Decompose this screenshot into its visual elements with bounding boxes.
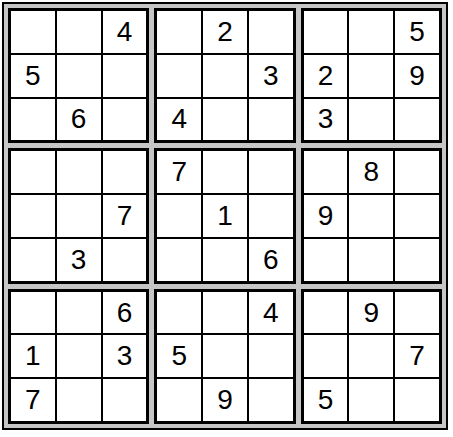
cell-r9c7[interactable]: 5 (304, 379, 348, 421)
box-r3c1: 6137 (8, 289, 149, 424)
cell-r6c9[interactable] (395, 239, 439, 281)
cell-r9c5[interactable]: 9 (203, 379, 247, 421)
cell-r1c9[interactable]: 5 (395, 11, 439, 53)
box-r3c3: 975 (301, 289, 442, 424)
cell-r7c6[interactable]: 4 (249, 292, 293, 334)
cell-r9c8[interactable] (349, 379, 393, 421)
cell-r5c4[interactable] (157, 195, 201, 237)
box-r1c1: 456 (8, 8, 149, 143)
cell-r1c3[interactable]: 4 (103, 11, 147, 53)
cell-r1c8[interactable] (349, 11, 393, 53)
cell-r1c2[interactable] (57, 11, 101, 53)
cell-r2c8[interactable] (349, 55, 393, 97)
cell-r6c8[interactable] (349, 239, 393, 281)
cell-r9c6[interactable] (249, 379, 293, 421)
cell-r7c9[interactable] (395, 292, 439, 334)
cell-r4c7[interactable] (304, 151, 348, 193)
cell-r6c5[interactable] (203, 239, 247, 281)
cell-r5c6[interactable] (249, 195, 293, 237)
cell-r1c1[interactable] (11, 11, 55, 53)
cell-r9c4[interactable] (157, 379, 201, 421)
box-r3c2: 459 (154, 289, 295, 424)
cell-r2c1[interactable]: 5 (11, 55, 55, 97)
cell-r5c3[interactable]: 7 (103, 195, 147, 237)
cell-r8c8[interactable] (349, 335, 393, 377)
cell-r2c3[interactable] (103, 55, 147, 97)
cell-r7c3[interactable]: 6 (103, 292, 147, 334)
cell-r5c2[interactable] (57, 195, 101, 237)
cell-r8c6[interactable] (249, 335, 293, 377)
cell-r5c8[interactable] (349, 195, 393, 237)
cell-r9c1[interactable]: 7 (11, 379, 55, 421)
cell-r5c1[interactable] (11, 195, 55, 237)
cell-r1c4[interactable] (157, 11, 201, 53)
cell-r5c9[interactable] (395, 195, 439, 237)
cell-r1c7[interactable] (304, 11, 348, 53)
sudoku-board: 456234529373716896137459975 (2, 2, 448, 430)
cell-r2c2[interactable] (57, 55, 101, 97)
cell-r9c2[interactable] (57, 379, 101, 421)
cell-r6c7[interactable] (304, 239, 348, 281)
cell-r9c3[interactable] (103, 379, 147, 421)
cell-r4c8[interactable]: 8 (349, 151, 393, 193)
cell-r3c1[interactable] (11, 99, 55, 141)
cell-r7c7[interactable] (304, 292, 348, 334)
cell-r4c6[interactable] (249, 151, 293, 193)
box-r1c3: 5293 (301, 8, 442, 143)
cell-r7c1[interactable] (11, 292, 55, 334)
cell-r3c8[interactable] (349, 99, 393, 141)
cell-r3c4[interactable]: 4 (157, 99, 201, 141)
cell-r6c3[interactable] (103, 239, 147, 281)
cell-r6c1[interactable] (11, 239, 55, 281)
cell-r6c2[interactable]: 3 (57, 239, 101, 281)
cell-r7c5[interactable] (203, 292, 247, 334)
cell-r4c5[interactable] (203, 151, 247, 193)
cell-r3c5[interactable] (203, 99, 247, 141)
cell-r4c2[interactable] (57, 151, 101, 193)
cell-r8c4[interactable]: 5 (157, 335, 201, 377)
cell-r6c4[interactable] (157, 239, 201, 281)
cell-r8c2[interactable] (57, 335, 101, 377)
box-r2c2: 716 (154, 148, 295, 283)
cell-r3c3[interactable] (103, 99, 147, 141)
cell-r1c5[interactable]: 2 (203, 11, 247, 53)
cell-r9c9[interactable] (395, 379, 439, 421)
cell-r5c5[interactable]: 1 (203, 195, 247, 237)
box-r2c3: 89 (301, 148, 442, 283)
cell-r2c9[interactable]: 9 (395, 55, 439, 97)
cell-r7c2[interactable] (57, 292, 101, 334)
box-r1c2: 234 (154, 8, 295, 143)
cell-r4c9[interactable] (395, 151, 439, 193)
cell-r2c5[interactable] (203, 55, 247, 97)
cell-r4c4[interactable]: 7 (157, 151, 201, 193)
cell-r4c3[interactable] (103, 151, 147, 193)
cell-r6c6[interactable]: 6 (249, 239, 293, 281)
cell-r5c7[interactable]: 9 (304, 195, 348, 237)
cell-r8c7[interactable] (304, 335, 348, 377)
cell-r8c5[interactable] (203, 335, 247, 377)
cell-r7c8[interactable]: 9 (349, 292, 393, 334)
cell-r3c2[interactable]: 6 (57, 99, 101, 141)
cell-r2c7[interactable]: 2 (304, 55, 348, 97)
box-r2c1: 73 (8, 148, 149, 283)
cell-r2c6[interactable]: 3 (249, 55, 293, 97)
cell-r3c6[interactable] (249, 99, 293, 141)
cell-r8c9[interactable]: 7 (395, 335, 439, 377)
cell-r2c4[interactable] (157, 55, 201, 97)
cell-r3c7[interactable]: 3 (304, 99, 348, 141)
cell-r4c1[interactable] (11, 151, 55, 193)
cell-r3c9[interactable] (395, 99, 439, 141)
cell-r1c6[interactable] (249, 11, 293, 53)
cell-r8c3[interactable]: 3 (103, 335, 147, 377)
cell-r7c4[interactable] (157, 292, 201, 334)
cell-r8c1[interactable]: 1 (11, 335, 55, 377)
